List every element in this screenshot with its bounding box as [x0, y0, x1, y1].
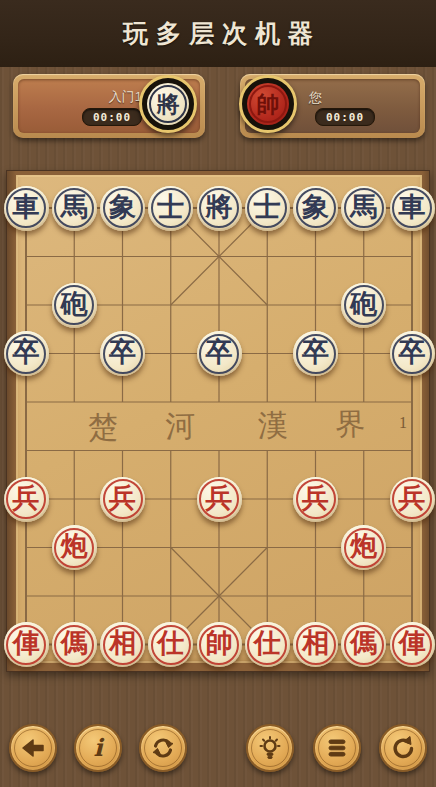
piece-black[interactable]: 卒: [4, 331, 49, 376]
piece-glyph: 象: [109, 194, 136, 221]
piece-glyph: 象: [302, 194, 329, 221]
piece-black[interactable]: 砲: [341, 283, 386, 328]
piece-red[interactable]: 傌: [52, 622, 97, 667]
piece-glyph: 兵: [109, 485, 136, 512]
piece-glyph: 砲: [61, 291, 88, 318]
red-general-badge: 帥: [239, 75, 297, 133]
piece-glyph: 傌: [350, 630, 377, 657]
piece-glyph: 兵: [399, 485, 426, 512]
back-arrow-icon: [20, 735, 46, 761]
piece-black[interactable]: 卒: [390, 331, 435, 376]
piece-red[interactable]: 仕: [245, 622, 290, 667]
piece-black[interactable]: 馬: [341, 186, 386, 231]
xiangqi-board[interactable]: 楚 河 漢 界 1 車馬象士將士象馬車砲砲卒卒卒卒卒兵兵兵兵兵炮炮俥傌相仕帥仕相…: [6, 170, 430, 672]
piece-glyph: 卒: [109, 339, 136, 366]
piece-red[interactable]: 傌: [341, 622, 386, 667]
black-general-badge: 將: [139, 75, 197, 133]
piece-glyph: 兵: [302, 485, 329, 512]
player-black-timer: 00:00: [82, 108, 142, 126]
piece-black[interactable]: 車: [4, 186, 49, 231]
piece-black[interactable]: 砲: [52, 283, 97, 328]
piece-glyph: 兵: [206, 485, 233, 512]
undo-button[interactable]: [379, 724, 427, 772]
piece-glyph: 將: [206, 194, 233, 221]
piece-red[interactable]: 仕: [148, 622, 193, 667]
piece-glyph: 仕: [254, 630, 281, 657]
restart-swap-icon: [150, 735, 176, 761]
piece-black[interactable]: 卒: [100, 331, 145, 376]
piece-black[interactable]: 士: [245, 186, 290, 231]
piece-glyph: 卒: [302, 339, 329, 366]
piece-glyph: 馬: [61, 194, 88, 221]
piece-red[interactable]: 兵: [390, 477, 435, 522]
page-title: 玩多层次机器: [115, 17, 321, 50]
piece-black[interactable]: 象: [293, 186, 338, 231]
piece-black[interactable]: 車: [390, 186, 435, 231]
piece-black[interactable]: 馬: [52, 186, 97, 231]
piece-black[interactable]: 卒: [197, 331, 242, 376]
piece-glyph: 車: [13, 194, 40, 221]
piece-black[interactable]: 象: [100, 186, 145, 231]
back-button[interactable]: [9, 724, 57, 772]
piece-glyph: 帥: [206, 630, 233, 657]
piece-glyph: 車: [399, 194, 426, 221]
piece-glyph: 馬: [350, 194, 377, 221]
info-button[interactable]: i: [74, 724, 122, 772]
piece-red[interactable]: 兵: [197, 477, 242, 522]
app-screen: 玩多层次机器 入门1 00:00 您 00:00 將 帥: [0, 0, 436, 787]
menu-bars-icon: [324, 735, 350, 761]
piece-glyph: 兵: [13, 485, 40, 512]
player-black-name: 入门1: [109, 88, 142, 106]
title-bar: 玩多层次机器: [0, 0, 436, 67]
svg-text:i: i: [93, 735, 104, 761]
piece-red[interactable]: 俥: [4, 622, 49, 667]
board-surface[interactable]: 楚 河 漢 界 1 車馬象士將士象馬車砲砲卒卒卒卒卒兵兵兵兵兵炮炮俥傌相仕帥仕相…: [16, 175, 422, 663]
undo-arrow-icon: [390, 735, 416, 761]
piece-glyph: 卒: [13, 339, 40, 366]
piece-glyph: 士: [157, 194, 184, 221]
piece-black[interactable]: 士: [148, 186, 193, 231]
piece-red[interactable]: 炮: [341, 525, 386, 570]
player-red-timer: 00:00: [315, 108, 375, 126]
piece-glyph: 傌: [61, 630, 88, 657]
piece-red[interactable]: 炮: [52, 525, 97, 570]
piece-red[interactable]: 俥: [390, 622, 435, 667]
player-red-name: 您: [309, 89, 322, 107]
piece-glyph: 俥: [399, 630, 426, 657]
piece-red[interactable]: 兵: [293, 477, 338, 522]
piece-red[interactable]: 帥: [197, 622, 242, 667]
piece-red[interactable]: 相: [100, 622, 145, 667]
piece-red[interactable]: 兵: [4, 477, 49, 522]
red-general-badge-piece: 帥: [247, 83, 289, 125]
piece-red[interactable]: 兵: [100, 477, 145, 522]
piece-glyph: 卒: [206, 339, 233, 366]
pieces-layer: 車馬象士將士象馬車砲砲卒卒卒卒卒兵兵兵兵兵炮炮俥傌相仕帥仕相傌俥: [16, 175, 422, 663]
piece-red[interactable]: 相: [293, 622, 338, 667]
hint-button[interactable]: [246, 724, 294, 772]
restart-button[interactable]: [139, 724, 187, 772]
piece-black[interactable]: 卒: [293, 331, 338, 376]
piece-glyph: 士: [254, 194, 281, 221]
piece-glyph: 卒: [399, 339, 426, 366]
piece-glyph: 仕: [157, 630, 184, 657]
piece-glyph: 相: [109, 630, 136, 657]
piece-glyph: 砲: [350, 291, 377, 318]
info-icon: i: [85, 735, 111, 761]
piece-glyph: 炮: [61, 533, 88, 560]
moves-list-button[interactable]: [313, 724, 361, 772]
lightbulb-icon: [257, 735, 283, 761]
piece-glyph: 炮: [350, 533, 377, 560]
piece-black[interactable]: 將: [197, 186, 242, 231]
piece-glyph: 俥: [13, 630, 40, 657]
black-general-badge-piece: 將: [147, 83, 189, 125]
piece-glyph: 相: [302, 630, 329, 657]
